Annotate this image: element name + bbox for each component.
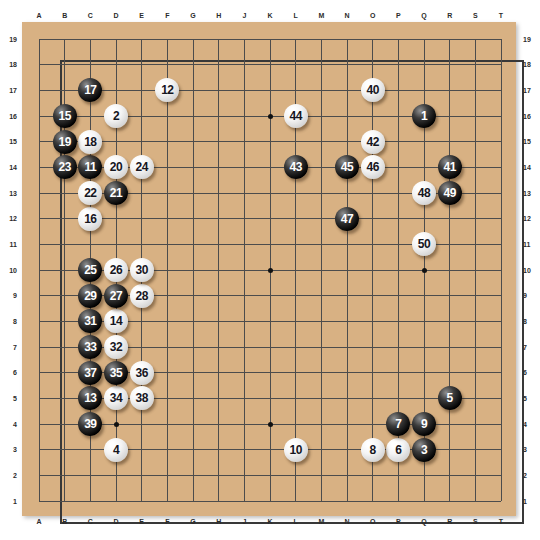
row-label-right-10: 10 <box>523 266 540 275</box>
row-label-right-16: 16 <box>523 112 540 121</box>
row-label-left-2: 2 <box>0 471 17 480</box>
col-label-bottom-T: T <box>493 517 509 526</box>
grid-line-vertical <box>449 39 450 501</box>
col-label-top-O: O <box>365 11 381 20</box>
col-label-top-J: J <box>236 11 252 20</box>
black-stone-D6: 35 <box>104 361 128 385</box>
white-stone-C12: 16 <box>78 207 102 231</box>
grid-line-vertical <box>347 39 348 501</box>
row-label-left-14: 14 <box>0 163 17 172</box>
col-label-bottom-H: H <box>211 517 227 526</box>
col-label-bottom-O: O <box>365 517 381 526</box>
col-label-bottom-N: N <box>339 517 355 526</box>
white-stone-D7: 32 <box>104 335 128 359</box>
row-label-right-13: 13 <box>523 189 540 198</box>
col-label-bottom-J: J <box>236 517 252 526</box>
row-label-left-5: 5 <box>0 394 17 403</box>
row-label-right-14: 14 <box>523 163 540 172</box>
row-label-left-12: 12 <box>0 214 17 223</box>
row-label-left-6: 6 <box>0 368 17 377</box>
row-label-right-6: 6 <box>523 368 540 377</box>
star-point <box>268 114 273 119</box>
col-label-top-C: C <box>82 11 98 20</box>
white-stone-Q13: 48 <box>412 181 436 205</box>
star-point <box>268 422 273 427</box>
col-label-bottom-S: S <box>467 517 483 526</box>
col-label-bottom-M: M <box>313 517 329 526</box>
white-stone-E6: 36 <box>130 361 154 385</box>
row-label-right-5: 5 <box>523 394 540 403</box>
grid-line-vertical <box>372 39 373 501</box>
row-label-right-3: 3 <box>523 445 540 454</box>
star-point <box>422 268 427 273</box>
col-label-top-T: T <box>493 11 509 20</box>
col-label-bottom-G: G <box>185 517 201 526</box>
black-stone-L14: 43 <box>284 155 308 179</box>
col-label-top-A: A <box>31 11 47 20</box>
row-label-left-19: 19 <box>0 35 17 44</box>
row-label-left-8: 8 <box>0 317 17 326</box>
row-label-left-4: 4 <box>0 420 17 429</box>
white-stone-E14: 24 <box>130 155 154 179</box>
black-stone-D9: 27 <box>104 284 128 308</box>
row-label-left-3: 3 <box>0 445 17 454</box>
row-label-right-4: 4 <box>523 420 540 429</box>
black-stone-N12: 47 <box>335 207 359 231</box>
col-label-top-K: K <box>262 11 278 20</box>
col-label-bottom-L: L <box>288 517 304 526</box>
col-label-top-R: R <box>442 11 458 20</box>
col-label-bottom-P: P <box>390 517 406 526</box>
grid-line-horizontal <box>39 501 501 502</box>
col-label-top-H: H <box>211 11 227 20</box>
black-stone-D13: 21 <box>104 181 128 205</box>
row-label-right-15: 15 <box>523 137 540 146</box>
col-label-bottom-F: F <box>159 517 175 526</box>
black-stone-B14: 23 <box>53 155 77 179</box>
col-label-bottom-R: R <box>442 517 458 526</box>
col-label-top-N: N <box>339 11 355 20</box>
white-stone-O15: 42 <box>361 130 385 154</box>
row-label-right-2: 2 <box>523 471 540 480</box>
black-stone-B16: 15 <box>53 104 77 128</box>
row-label-left-17: 17 <box>0 86 17 95</box>
row-label-right-9: 9 <box>523 291 540 300</box>
go-diagram-page: AA1919BB1818CC1717DD1616EE1515FF1414GG13… <box>0 0 540 540</box>
row-label-right-11: 11 <box>523 240 540 249</box>
col-label-top-S: S <box>467 11 483 20</box>
white-stone-O14: 46 <box>361 155 385 179</box>
col-label-bottom-K: K <box>262 517 278 526</box>
white-stone-E9: 28 <box>130 284 154 308</box>
row-label-left-18: 18 <box>0 60 17 69</box>
row-label-left-1: 1 <box>0 497 17 506</box>
row-label-right-12: 12 <box>523 214 540 223</box>
black-stone-C6: 37 <box>78 361 102 385</box>
col-label-top-P: P <box>390 11 406 20</box>
col-label-top-F: F <box>159 11 175 20</box>
white-stone-E10: 30 <box>130 258 154 282</box>
white-stone-D10: 26 <box>104 258 128 282</box>
white-stone-L3: 10 <box>284 438 308 462</box>
black-stone-R14: 41 <box>438 155 462 179</box>
star-point <box>114 422 119 427</box>
white-stone-O3: 8 <box>361 438 385 462</box>
grid-line-horizontal <box>39 475 501 476</box>
black-stone-C9: 29 <box>78 284 102 308</box>
white-stone-C15: 18 <box>78 130 102 154</box>
row-label-left-15: 15 <box>0 137 17 146</box>
white-stone-D16: 2 <box>104 104 128 128</box>
row-label-right-17: 17 <box>523 86 540 95</box>
row-label-right-8: 8 <box>523 317 540 326</box>
white-stone-P3: 6 <box>386 438 410 462</box>
row-label-left-13: 13 <box>0 189 17 198</box>
white-stone-D3: 4 <box>104 438 128 462</box>
row-label-right-1: 1 <box>523 497 540 506</box>
col-label-top-Q: Q <box>416 11 432 20</box>
black-stone-R5: 5 <box>438 386 462 410</box>
col-label-bottom-Q: Q <box>416 517 432 526</box>
grid-line-vertical <box>475 39 476 501</box>
white-stone-L16: 44 <box>284 104 308 128</box>
row-label-right-18: 18 <box>523 60 540 69</box>
black-stone-R13: 49 <box>438 181 462 205</box>
grid-line-vertical <box>501 39 502 501</box>
col-label-bottom-E: E <box>134 517 150 526</box>
col-label-top-D: D <box>108 11 124 20</box>
col-label-bottom-A: A <box>31 517 47 526</box>
row-label-right-7: 7 <box>523 343 540 352</box>
col-label-bottom-B: B <box>57 517 73 526</box>
row-label-left-10: 10 <box>0 266 17 275</box>
white-stone-E5: 38 <box>130 386 154 410</box>
black-stone-Q4: 9 <box>412 412 436 436</box>
black-stone-Q3: 3 <box>412 438 436 462</box>
col-label-top-L: L <box>288 11 304 20</box>
white-stone-O17: 40 <box>361 78 385 102</box>
col-label-top-G: G <box>185 11 201 20</box>
grid-line-vertical <box>321 39 322 501</box>
row-label-left-11: 11 <box>0 240 17 249</box>
col-label-bottom-D: D <box>108 517 124 526</box>
row-label-left-16: 16 <box>0 112 17 121</box>
row-label-left-7: 7 <box>0 343 17 352</box>
row-label-left-9: 9 <box>0 291 17 300</box>
black-stone-Q16: 1 <box>412 104 436 128</box>
star-point <box>268 268 273 273</box>
row-label-right-19: 19 <box>523 35 540 44</box>
col-label-bottom-C: C <box>82 517 98 526</box>
col-label-top-E: E <box>134 11 150 20</box>
col-label-top-B: B <box>57 11 73 20</box>
black-stone-B15: 19 <box>53 130 77 154</box>
col-label-top-M: M <box>313 11 329 20</box>
